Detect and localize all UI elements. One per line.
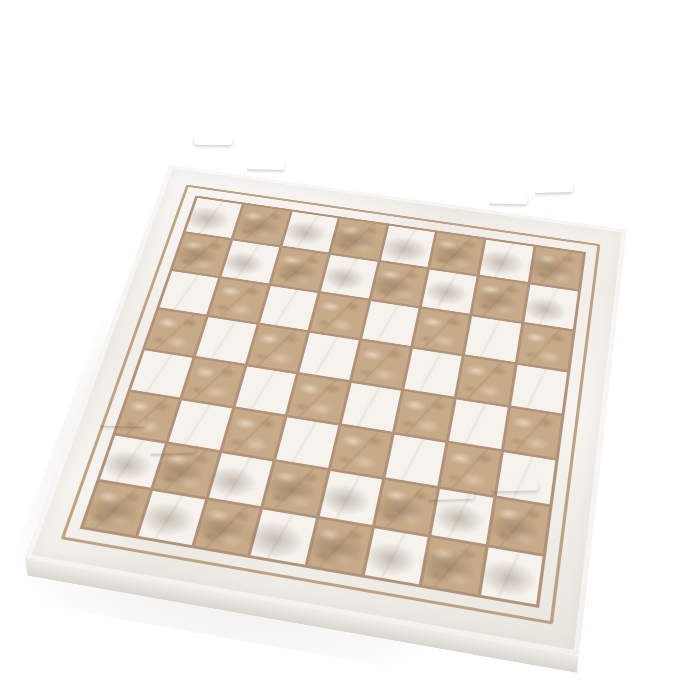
coral-rook-h8[interactable] xyxy=(98,398,144,510)
square-e2[interactable] xyxy=(321,255,377,298)
piece-top xyxy=(489,170,526,188)
square-d1[interactable] xyxy=(380,226,434,268)
collar-step xyxy=(245,159,284,170)
pointed-top xyxy=(377,430,420,476)
side-notch xyxy=(279,386,282,403)
coral-rook-a8[interactable] xyxy=(491,462,537,577)
square-f1[interactable] xyxy=(282,212,337,253)
piece-top xyxy=(446,431,487,450)
side-notch xyxy=(408,130,411,141)
square-h2[interactable] xyxy=(173,234,231,276)
collar-step xyxy=(98,414,145,427)
collar-step xyxy=(148,440,195,453)
square-h1[interactable] xyxy=(186,198,242,238)
piece-body xyxy=(205,440,248,527)
pointed-top xyxy=(204,402,246,446)
square-a3[interactable] xyxy=(518,324,573,370)
piece-body xyxy=(375,468,420,557)
square-d2[interactable] xyxy=(371,262,426,305)
square-d3[interactable] xyxy=(362,301,419,346)
collar-step xyxy=(533,182,573,193)
square-g3[interactable] xyxy=(209,278,267,322)
square-g4[interactable] xyxy=(197,317,257,363)
square-h4[interactable] xyxy=(146,310,206,356)
piece-body xyxy=(257,384,304,537)
coral-queen-d8[interactable] xyxy=(318,399,366,547)
piece-top xyxy=(167,386,207,404)
collar-step xyxy=(194,134,233,145)
coral-knight-b8[interactable] xyxy=(428,459,475,565)
square-h3[interactable] xyxy=(160,271,219,315)
piece-body xyxy=(149,424,195,517)
collar-step xyxy=(427,486,475,499)
coral-bishop-c8[interactable] xyxy=(375,430,420,557)
chess-board xyxy=(25,165,627,656)
square-e3[interactable] xyxy=(311,293,368,338)
pointed-top xyxy=(291,123,326,160)
collar-step xyxy=(488,193,528,204)
square-g2[interactable] xyxy=(222,241,279,283)
pointed-top xyxy=(441,144,476,181)
collar-step xyxy=(489,478,537,491)
coral-knight-g8[interactable] xyxy=(149,414,195,518)
square-g1[interactable] xyxy=(234,205,290,246)
product-photo-stage xyxy=(0,0,700,700)
square-f3[interactable] xyxy=(260,286,318,330)
square-e1[interactable] xyxy=(331,219,386,260)
square-b2[interactable] xyxy=(473,277,527,321)
coral-bishop-f8[interactable] xyxy=(204,402,247,527)
square-a2[interactable] xyxy=(524,285,578,329)
scene xyxy=(0,0,700,700)
piece-body xyxy=(318,410,366,547)
square-c3[interactable] xyxy=(413,308,469,354)
square-a1[interactable] xyxy=(530,247,583,290)
piece-body xyxy=(428,470,475,565)
square-c1[interactable] xyxy=(430,233,484,275)
square-b1[interactable] xyxy=(480,240,533,282)
piece-top xyxy=(113,379,153,397)
square-f4[interactable] xyxy=(248,325,307,371)
coral-king-e8[interactable] xyxy=(257,374,304,538)
side-notch xyxy=(354,107,357,122)
square-e4[interactable] xyxy=(300,333,359,380)
side-notch xyxy=(341,411,344,424)
square-b3[interactable] xyxy=(465,316,521,362)
square-c2[interactable] xyxy=(422,270,477,314)
piece-top xyxy=(247,137,283,155)
square-f2[interactable] xyxy=(271,248,328,291)
